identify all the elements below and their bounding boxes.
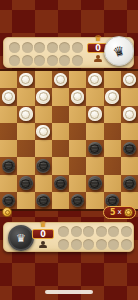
board-square[interactable]	[121, 123, 138, 140]
board-square[interactable]	[121, 157, 138, 174]
board-square[interactable]: ⛂	[0, 157, 17, 174]
hint-count: 5	[110, 209, 116, 217]
piece-glyph: ⛀	[36, 90, 50, 104]
board-square[interactable]: ⛂	[17, 175, 34, 192]
board-square[interactable]	[104, 71, 121, 88]
piece-glyph: ⛀	[54, 73, 68, 87]
bottom-score-column: ♛ 0	[30, 221, 56, 248]
white-piece[interactable]: ⛀	[36, 125, 50, 139]
board-square[interactable]: ⛀	[52, 71, 69, 88]
piece-glyph: ⛀	[88, 73, 102, 87]
board-square[interactable]: ⛀	[86, 71, 103, 88]
board-square[interactable]	[52, 106, 69, 123]
board-square[interactable]: ⛂	[35, 157, 52, 174]
board-square[interactable]: ⛂	[52, 175, 69, 192]
captured-piece-slot	[71, 226, 82, 237]
white-piece[interactable]: ⛀	[54, 73, 68, 87]
hint-multiplier: x	[118, 209, 122, 216]
piece-glyph: ⛀	[2, 90, 16, 104]
board-square[interactable]: ⛀	[17, 71, 34, 88]
board-square[interactable]	[0, 140, 17, 157]
black-piece[interactable]: ⛂	[36, 194, 50, 208]
white-piece[interactable]: ⛀	[123, 107, 137, 121]
board-square[interactable]: ⛂	[121, 140, 138, 157]
captured-piece-slot	[47, 55, 58, 66]
board-square[interactable]	[86, 123, 103, 140]
piece-glyph: ⛂	[71, 194, 85, 208]
bottom-captured-tray	[58, 226, 132, 250]
piece-glyph: ⛀	[123, 107, 137, 121]
black-piece[interactable]: ⛂	[71, 194, 85, 208]
board-square[interactable]	[69, 140, 86, 157]
black-piece[interactable]: ⛂	[2, 194, 16, 208]
black-piece[interactable]: ⛂	[123, 176, 137, 190]
captured-piece-slot	[108, 239, 119, 250]
captured-piece-slot	[59, 55, 70, 66]
board: ⛀⛀⛀⛀⛀⛀⛀⛀⛀⛀⛀⛀⛂⛂⛂⛂⛂⛂⛂⛂⛂⛂⛂⛂	[0, 71, 138, 209]
gold-coin-icon	[124, 208, 133, 217]
board-square[interactable]	[86, 192, 103, 209]
black-piece[interactable]: ⛂	[123, 142, 137, 156]
board-square[interactable]	[52, 192, 69, 209]
board-square[interactable]	[104, 157, 121, 174]
piece-glyph: ⛂	[123, 176, 137, 190]
captured-piece-slot	[59, 42, 70, 53]
board-square[interactable]	[0, 71, 17, 88]
captured-piece-slot	[72, 55, 83, 66]
white-piece[interactable]: ⛀	[123, 73, 137, 87]
captured-piece-slot	[96, 239, 107, 250]
captured-piece-slot	[83, 239, 94, 250]
board-square[interactable]	[104, 140, 121, 157]
piece-glyph: ⛂	[36, 194, 50, 208]
board-square[interactable]	[104, 123, 121, 140]
board-square[interactable]	[69, 175, 86, 192]
board-square[interactable]	[17, 157, 34, 174]
black-crown-icon: ♛	[111, 42, 127, 60]
captured-piece-slot	[47, 42, 58, 53]
board-square[interactable]: ⛀	[86, 106, 103, 123]
piece-glyph: ⛂	[123, 142, 137, 156]
board-square[interactable]: ⛂	[86, 175, 103, 192]
white-piece[interactable]: ⛀	[105, 90, 119, 104]
board-square[interactable]: ⛂	[86, 140, 103, 157]
board-square[interactable]: ⛀	[121, 71, 138, 88]
black-piece[interactable]: ⛂	[2, 159, 16, 173]
board-square[interactable]	[69, 106, 86, 123]
board-square[interactable]	[0, 175, 17, 192]
board-square[interactable]: ⛀	[35, 123, 52, 140]
white-piece[interactable]: ⛀	[19, 73, 33, 87]
top-captured-tray	[9, 42, 83, 66]
white-piece[interactable]: ⛀	[19, 107, 33, 121]
board-square[interactable]	[17, 123, 34, 140]
board-square[interactable]	[104, 106, 121, 123]
black-piece[interactable]: ⛂	[36, 159, 50, 173]
board-square[interactable]	[86, 157, 103, 174]
board-square[interactable]	[52, 123, 69, 140]
board-square[interactable]	[35, 140, 52, 157]
bottom-player-panel: ♛ ♛ 0	[3, 222, 134, 252]
piece-glyph: ⛂	[36, 159, 50, 173]
piece-glyph: ⛂	[54, 176, 68, 190]
captured-piece-slot	[83, 226, 94, 237]
crown-icon: ♛	[39, 221, 46, 229]
captured-piece-slot	[22, 55, 33, 66]
black-piece[interactable]: ⛂	[88, 142, 102, 156]
white-crown-icon: ♛	[16, 232, 26, 245]
piece-glyph: ⛀	[88, 107, 102, 121]
black-piece[interactable]: ⛂	[19, 176, 33, 190]
board-square[interactable]	[121, 88, 138, 105]
piece-glyph: ⛀	[71, 90, 85, 104]
piece-glyph: ⛀	[105, 90, 119, 104]
board-square[interactable]: ⛀	[35, 88, 52, 105]
white-piece[interactable]: ⛀	[88, 107, 102, 121]
board-square[interactable]: ⛂	[35, 192, 52, 209]
captured-piece-slot	[121, 226, 132, 237]
board-square[interactable]	[69, 157, 86, 174]
board-square[interactable]	[69, 123, 86, 140]
board-square[interactable]	[17, 88, 34, 105]
captured-piece-slot	[71, 239, 82, 250]
board-square[interactable]: ⛂	[69, 192, 86, 209]
piece-glyph: ⛀	[19, 73, 33, 87]
white-piece[interactable]: ⛀	[88, 73, 102, 87]
board-square[interactable]	[52, 88, 69, 105]
board-square[interactable]	[52, 140, 69, 157]
bottom-score-badge: 0	[32, 229, 54, 239]
piece-glyph: ⛀	[36, 125, 50, 139]
coin-icon[interactable]	[2, 207, 12, 217]
top-player-avatar: ♛	[104, 36, 134, 66]
captured-piece-slot	[22, 42, 33, 53]
white-piece[interactable]: ⛀	[36, 90, 50, 104]
white-piece[interactable]: ⛀	[71, 90, 85, 104]
top-player-panel: ♛ 0 ♛	[3, 37, 134, 68]
hint-counter-button[interactable]: 5 x	[103, 206, 136, 219]
board-square[interactable]	[104, 175, 121, 192]
white-piece[interactable]: ⛀	[2, 90, 16, 104]
board-square[interactable]	[35, 71, 52, 88]
captured-piece-slot	[34, 42, 45, 53]
piece-glyph: ⛀	[19, 107, 33, 121]
captured-piece-slot	[108, 226, 119, 237]
piece-glyph: ⛂	[19, 176, 33, 190]
human-player-icon	[39, 241, 48, 248]
black-piece[interactable]: ⛂	[54, 176, 68, 190]
captured-piece-slot	[96, 226, 107, 237]
captured-piece-slot	[9, 42, 20, 53]
board-square[interactable]: ⛀	[69, 88, 86, 105]
piece-glyph: ⛂	[2, 194, 16, 208]
computer-player-icon	[94, 55, 103, 62]
board-square[interactable]	[52, 157, 69, 174]
piece-glyph: ⛂	[88, 176, 102, 190]
board-square[interactable]	[0, 106, 17, 123]
captured-piece-slot	[34, 55, 45, 66]
board-square[interactable]: ⛀	[0, 88, 17, 105]
home-indicator	[45, 290, 93, 294]
piece-glyph: ⛀	[123, 73, 137, 87]
crown-icon: ♛	[94, 35, 101, 43]
captured-piece-slot	[121, 239, 132, 250]
board-square[interactable]	[35, 106, 52, 123]
captured-piece-slot	[72, 42, 83, 53]
board-square[interactable]	[35, 175, 52, 192]
board-square[interactable]	[17, 192, 34, 209]
board-square[interactable]: ⛀	[121, 106, 138, 123]
piece-glyph: ⛂	[2, 159, 16, 173]
board-square[interactable]: ⛂	[121, 175, 138, 192]
piece-glyph: ⛂	[88, 142, 102, 156]
board-square[interactable]	[86, 88, 103, 105]
board-square[interactable]	[17, 140, 34, 157]
board-square[interactable]	[69, 71, 86, 88]
captured-piece-slot	[9, 55, 20, 66]
board-square[interactable]: ⛀	[104, 88, 121, 105]
black-piece[interactable]: ⛂	[88, 176, 102, 190]
board-square[interactable]: ⛀	[17, 106, 34, 123]
board-square[interactable]	[0, 123, 17, 140]
captured-piece-slot	[58, 226, 69, 237]
captured-piece-slot	[58, 239, 69, 250]
